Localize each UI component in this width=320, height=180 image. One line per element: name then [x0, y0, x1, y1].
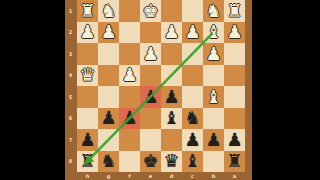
square-b7[interactable]: ♟	[203, 129, 224, 151]
black-pawn: ♟	[226, 130, 242, 148]
square-h4[interactable]: ♛	[77, 65, 98, 87]
square-d5[interactable]: ♟	[161, 86, 182, 108]
square-a3[interactable]	[224, 43, 245, 65]
square-f3[interactable]	[119, 43, 140, 65]
square-a6[interactable]	[224, 108, 245, 130]
white-pawn: ♟	[226, 23, 242, 41]
square-b2[interactable]: ♝	[203, 22, 224, 44]
square-h6[interactable]	[77, 108, 98, 130]
white-queen: ♛	[79, 66, 95, 84]
square-c8[interactable]: ♝	[182, 151, 203, 173]
file-label-c: c	[182, 172, 203, 180]
black-pawn: ♟	[79, 130, 95, 148]
black-rook: ♜	[226, 152, 242, 170]
square-b4[interactable]	[203, 65, 224, 87]
square-c1[interactable]	[182, 0, 203, 22]
square-c5[interactable]	[182, 86, 203, 108]
square-a5[interactable]	[224, 86, 245, 108]
rank-label-1: 1	[66, 0, 75, 22]
white-knight: ♞	[205, 1, 221, 19]
square-h5[interactable]	[77, 86, 98, 108]
square-h2[interactable]: ♟	[77, 22, 98, 44]
square-f6[interactable]: ♟	[119, 108, 140, 130]
rank-label-3: 3	[66, 43, 75, 65]
black-queen: ♛	[163, 152, 179, 170]
file-label-f: f	[119, 172, 140, 180]
square-d1[interactable]	[161, 0, 182, 22]
square-b5[interactable]: ♝	[203, 86, 224, 108]
square-h3[interactable]	[77, 43, 98, 65]
black-pawn: ♟	[100, 109, 116, 127]
square-f1[interactable]	[119, 0, 140, 22]
black-pawn: ♟	[121, 109, 137, 127]
square-d3[interactable]	[161, 43, 182, 65]
square-g6[interactable]: ♟	[98, 108, 119, 130]
square-b1[interactable]: ♞	[203, 0, 224, 22]
chessboard: ♜♞♚♞♜♟♟♟♟♝♟♟♟♛♟♟♟♝♟♟♝♞♟♟♟♟♜♞♚♛♝♜	[77, 0, 245, 172]
square-a4[interactable]	[224, 65, 245, 87]
white-pawn: ♟	[163, 23, 179, 41]
square-e5[interactable]: ♟	[140, 86, 161, 108]
rank-label-6: 6	[66, 108, 75, 130]
square-e3[interactable]: ♟	[140, 43, 161, 65]
rank-label-5: 5	[66, 86, 75, 108]
square-f2[interactable]	[119, 22, 140, 44]
file-label-a: a	[224, 172, 245, 180]
square-e2[interactable]	[140, 22, 161, 44]
square-g3[interactable]	[98, 43, 119, 65]
file-label-d: d	[161, 172, 182, 180]
rank-label-4: 4	[66, 65, 75, 87]
white-bishop: ♝	[205, 87, 221, 105]
square-a1[interactable]: ♜	[224, 0, 245, 22]
black-pawn: ♟	[205, 130, 221, 148]
square-f8[interactable]	[119, 151, 140, 173]
square-d2[interactable]: ♟	[161, 22, 182, 44]
square-b6[interactable]	[203, 108, 224, 130]
rank-label-7: 7	[66, 129, 75, 151]
square-b3[interactable]: ♟	[203, 43, 224, 65]
square-d6[interactable]: ♝	[161, 108, 182, 130]
square-e4[interactable]	[140, 65, 161, 87]
black-bishop: ♝	[184, 152, 200, 170]
black-rook: ♜	[79, 152, 95, 170]
square-c6[interactable]: ♞	[182, 108, 203, 130]
black-knight: ♞	[100, 152, 116, 170]
square-h8[interactable]: ♜	[77, 151, 98, 173]
square-a2[interactable]: ♟	[224, 22, 245, 44]
white-rook: ♜	[79, 1, 95, 19]
square-g1[interactable]: ♞	[98, 0, 119, 22]
rank-label-8: 8	[66, 151, 75, 173]
square-f5[interactable]	[119, 86, 140, 108]
black-king: ♚	[142, 152, 158, 170]
white-bishop: ♝	[205, 23, 221, 41]
rank-label-2: 2	[66, 22, 75, 44]
square-a7[interactable]: ♟	[224, 129, 245, 151]
square-b8[interactable]	[203, 151, 224, 173]
square-g8[interactable]: ♞	[98, 151, 119, 173]
white-pawn: ♟	[79, 23, 95, 41]
square-d4[interactable]	[161, 65, 182, 87]
white-knight: ♞	[100, 1, 116, 19]
square-c3[interactable]	[182, 43, 203, 65]
square-c7[interactable]: ♟	[182, 129, 203, 151]
white-rook: ♜	[226, 1, 242, 19]
file-label-g: g	[98, 172, 119, 180]
square-e8[interactable]: ♚	[140, 151, 161, 173]
white-pawn: ♟	[100, 23, 116, 41]
square-g2[interactable]: ♟	[98, 22, 119, 44]
square-a8[interactable]: ♜	[224, 151, 245, 173]
white-king: ♚	[142, 1, 158, 19]
thumbnail-stage: 12345678 hgfedcba ♜♞♚♞♜♟♟♟♟♝♟♟♟♛♟♟♟♝♟♟♝♞…	[0, 0, 320, 180]
white-pawn: ♟	[205, 44, 221, 62]
black-pawn: ♟	[142, 87, 158, 105]
square-c2[interactable]: ♟	[182, 22, 203, 44]
square-e6[interactable]	[140, 108, 161, 130]
white-pawn: ♟	[142, 44, 158, 62]
square-g7[interactable]	[98, 129, 119, 151]
square-h1[interactable]: ♜	[77, 0, 98, 22]
square-e1[interactable]: ♚	[140, 0, 161, 22]
square-c4[interactable]	[182, 65, 203, 87]
black-knight: ♞	[184, 109, 200, 127]
board-frame: 12345678 hgfedcba ♜♞♚♞♜♟♟♟♟♝♟♟♟♛♟♟♟♝♟♟♝♞…	[65, 0, 252, 180]
square-g5[interactable]	[98, 86, 119, 108]
file-label-e: e	[140, 172, 161, 180]
black-pawn: ♟	[163, 87, 179, 105]
square-d8[interactable]: ♛	[161, 151, 182, 173]
black-bishop: ♝	[163, 109, 179, 127]
white-pawn: ♟	[121, 66, 137, 84]
square-g4[interactable]	[98, 65, 119, 87]
square-e7[interactable]	[140, 129, 161, 151]
file-label-h: h	[77, 172, 98, 180]
file-label-b: b	[203, 172, 224, 180]
square-d7[interactable]	[161, 129, 182, 151]
black-pawn: ♟	[184, 130, 200, 148]
square-h7[interactable]: ♟	[77, 129, 98, 151]
white-pawn: ♟	[184, 23, 200, 41]
square-f4[interactable]: ♟	[119, 65, 140, 87]
square-f7[interactable]	[119, 129, 140, 151]
